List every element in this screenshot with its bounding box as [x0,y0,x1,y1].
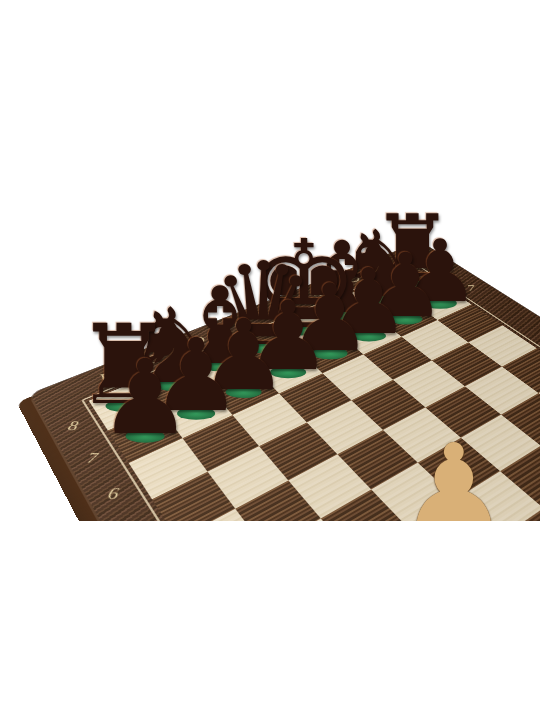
white-pawn-d2[interactable]: ♟ [398,428,510,521]
pieces-layer: ♜♞♝♛♚♝♞♜♟♟♟♟♟♟♟♟♟ [0,190,540,521]
black-pawn-a7[interactable]: ♟ [99,347,191,450]
product-photo-page: ABCDEFGH87687 ♜♞♝♛♚♝♞♜♟♟♟♟♟♟♟♟♟ [0,0,540,720]
product-photo: ABCDEFGH87687 ♜♞♝♛♚♝♞♜♟♟♟♟♟♟♟♟♟ [0,190,540,521]
